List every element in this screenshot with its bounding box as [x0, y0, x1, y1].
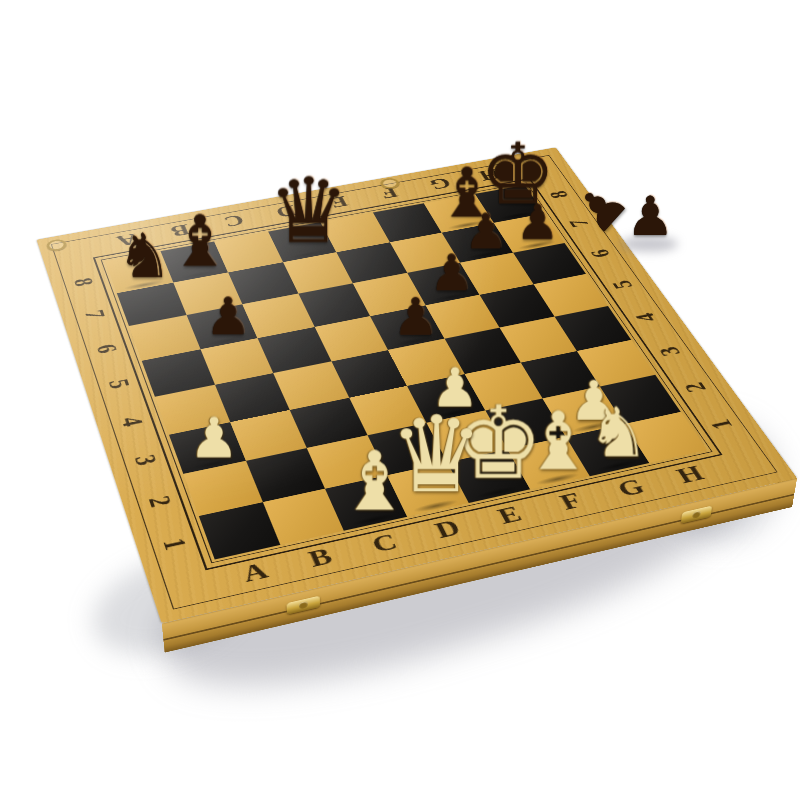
black-pawn-e5[interactable]: ♟	[392, 291, 438, 343]
white-bishop-c1[interactable]: ♝	[338, 439, 412, 521]
chess-grid: ♞♝♛♝♚♟♟♟♟♟♟♟♟♝♛♚♝♞	[105, 185, 707, 559]
label-file-f-near: F	[533, 483, 608, 520]
label-file-h-near: H	[653, 457, 727, 493]
square-b6[interactable]: ♟	[186, 304, 257, 349]
label-rank-7-left: 7	[62, 298, 128, 331]
label-file-g-near: G	[594, 470, 669, 506]
brass-hinge-ring-left	[45, 238, 68, 252]
black-bishop-b8[interactable]: ♝	[168, 205, 231, 275]
label-rank-4-left: 4	[97, 403, 168, 441]
square-c1[interactable]: ♝	[325, 475, 407, 531]
label-rank-3-right: 3	[634, 334, 706, 369]
chess-board-box: AA11BB22CC33DD44EE55FF66GG77HH88 ♞♝♛♝♚♟♟…	[37, 147, 797, 623]
photo-stage: AA11BB22CC33DD44EE55FF66GG77HH88 ♞♝♛♝♚♟♟…	[0, 0, 800, 800]
label-rank-5-right: 5	[589, 269, 657, 301]
label-file-c-near: C	[347, 524, 423, 563]
black-pawn-b6[interactable]: ♟	[205, 290, 251, 342]
black-knight-a8[interactable]: ♞	[117, 225, 172, 286]
label-rank-8-left: 8	[52, 266, 116, 298]
black-pawn-h7[interactable]: ♟	[516, 198, 560, 247]
label-rank-6-left: 6	[73, 331, 140, 366]
brass-hinge-ring-mid	[378, 177, 402, 190]
label-file-d-near: D	[410, 510, 485, 548]
label-file-a-near: A	[217, 552, 293, 592]
white-knight-g1[interactable]: ♞	[587, 399, 649, 468]
captured-black-pawn-standing[interactable]: ♟	[626, 190, 674, 244]
label-file-b-near: B	[283, 538, 359, 577]
label-rank-1-left: 1	[137, 522, 213, 566]
label-rank-5-left: 5	[85, 366, 154, 402]
label-rank-3-left: 3	[110, 441, 182, 481]
label-rank-2-left: 2	[123, 481, 197, 523]
white-pawn-a3[interactable]: ♟	[189, 410, 239, 466]
brass-clasp-right	[681, 506, 712, 524]
black-queen-d8[interactable]: ♛	[268, 165, 349, 255]
label-rank-1-right: 1	[684, 406, 759, 444]
brass-clasp-left	[287, 596, 321, 615]
board-top-surface: AA11BB22CC33DD44EE55FF66GG77HH88 ♞♝♛♝♚♟♟…	[37, 147, 797, 623]
